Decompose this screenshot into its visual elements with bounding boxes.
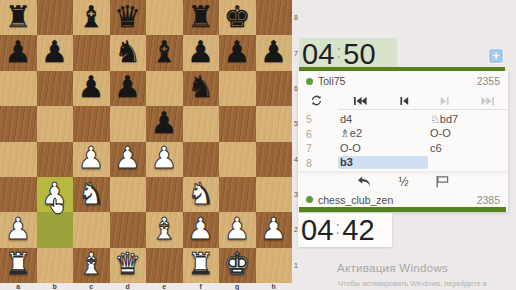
previous-move-icon[interactable] [399, 96, 409, 106]
white-pawn-a2[interactable]: ♟ [5, 214, 32, 244]
white-move[interactable]: d4 [338, 113, 428, 126]
move-row-6: 6♗e2O-O [298, 127, 508, 142]
square-d2[interactable] [110, 212, 147, 247]
square-g2[interactable]: ♟ [219, 212, 256, 247]
black-pawn-a7[interactable]: ♟ [5, 37, 32, 67]
square-e4[interactable]: ♟ [146, 142, 183, 177]
white-pawn-h2[interactable]: ♟ [260, 214, 287, 244]
file-label-g: g [219, 283, 256, 290]
square-c5[interactable] [73, 106, 110, 141]
black-move[interactable] [428, 156, 508, 169]
square-g4[interactable] [219, 142, 256, 177]
white-king-g1[interactable]: ♚ [224, 249, 251, 279]
top-player-name: Toli75 [318, 75, 345, 87]
square-h5[interactable] [256, 106, 293, 141]
move-row-8: 8b3 [298, 156, 508, 171]
square-d8[interactable]: ♛ [110, 0, 147, 35]
white-pawn-f2[interactable]: ♟ [187, 214, 214, 244]
black-pawn-f7[interactable]: ♟ [187, 37, 214, 67]
square-f8[interactable]: ♜ [183, 0, 220, 35]
bottom-clock-seconds: 42 [342, 214, 374, 247]
white-knight-c3[interactable]: ♞ [78, 179, 105, 209]
skip-to-start-icon[interactable] [353, 96, 367, 106]
white-queen-d1[interactable]: ♛ [114, 249, 141, 279]
move-number: 6 [298, 128, 338, 140]
black-pawn-c6[interactable]: ♟ [78, 72, 105, 102]
square-b8[interactable] [37, 0, 74, 35]
bottom-clock: 04:42 [298, 213, 392, 247]
square-c6[interactable]: ♟ [73, 71, 110, 106]
square-f2[interactable]: ♟ [183, 212, 220, 247]
top-clock-colon: : [336, 42, 341, 63]
move-number: 7 [298, 142, 338, 154]
square-g7[interactable]: ♟ [219, 35, 256, 70]
file-label-b: b [37, 283, 74, 290]
offer-draw-button[interactable]: ½ [398, 175, 408, 189]
white-pawn-g2[interactable]: ♟ [224, 214, 251, 244]
square-d7[interactable]: ♞ [110, 35, 147, 70]
add-button[interactable]: + [489, 49, 503, 63]
square-a2[interactable]: ♟ [0, 212, 37, 247]
watermark-subtitle: Чтобы активировать Windows, перейдите в [338, 279, 487, 288]
square-b6[interactable] [37, 71, 74, 106]
white-move[interactable]: b3 [338, 156, 428, 169]
square-c4[interactable]: ♟ [73, 142, 110, 177]
square-f3[interactable]: ♞ [183, 177, 220, 212]
white-knight-f3[interactable]: ♞ [187, 179, 214, 209]
black-pawn-e5[interactable]: ♟ [151, 108, 178, 138]
square-h6[interactable] [256, 71, 293, 106]
move-row-5: 5d4♘bd7 [298, 112, 508, 127]
white-move[interactable]: O-O [338, 142, 428, 155]
square-c7[interactable] [73, 35, 110, 70]
square-e7[interactable]: ♝ [146, 35, 183, 70]
move-number: 8 [298, 157, 338, 169]
square-e5[interactable]: ♟ [146, 106, 183, 141]
square-c3[interactable]: ♞ [73, 177, 110, 212]
white-pawn-d4[interactable]: ♟ [114, 143, 141, 173]
square-e6[interactable] [146, 71, 183, 106]
square-e3[interactable] [146, 177, 183, 212]
square-h2[interactable]: ♟ [256, 212, 293, 247]
square-g6[interactable] [219, 71, 256, 106]
black-king-g8[interactable]: ♚ [224, 2, 251, 32]
skip-to-end-icon[interactable] [481, 96, 495, 106]
bottom-player-bar [299, 207, 506, 212]
resign-button[interactable] [435, 175, 450, 188]
top-player-rating: 2355 [477, 75, 500, 87]
black-pawn-g7[interactable]: ♟ [224, 37, 251, 67]
game-panel: Toli75 2355 5d4♘bd76♗e2O-O7O-Oc68b3 [298, 71, 508, 212]
white-bishop-c1[interactable]: ♝ [78, 249, 105, 279]
file-labels: abcdefgh [0, 283, 292, 290]
move-list: 5d4♘bd76♗e2O-O7O-Oc68b3 [298, 110, 508, 171]
watermark-title: Активация Windows [337, 262, 448, 274]
square-h8[interactable] [256, 0, 293, 35]
white-pawn-e4[interactable]: ♟ [151, 143, 178, 173]
square-b4[interactable] [37, 142, 74, 177]
bottom-player-name: chess_club_zen [318, 194, 393, 206]
square-g3[interactable] [219, 177, 256, 212]
black-pawn-d6[interactable]: ♟ [114, 72, 141, 102]
file-label-h: h [256, 283, 293, 290]
square-e8[interactable] [146, 0, 183, 35]
square-e1[interactable] [146, 248, 183, 283]
square-a8[interactable]: ♜ [0, 0, 37, 35]
white-move[interactable]: ♗e2 [338, 127, 428, 140]
square-a6[interactable] [0, 71, 37, 106]
square-b1[interactable] [37, 248, 74, 283]
white-bishop-e2[interactable]: ♝ [151, 214, 178, 244]
square-g5[interactable] [219, 106, 256, 141]
white-pawn-c4[interactable]: ♟ [78, 143, 105, 173]
square-d3[interactable] [110, 177, 147, 212]
square-g1[interactable]: ♚ [219, 248, 256, 283]
game-action-bar: ½ [298, 171, 508, 192]
file-label-e: e [146, 283, 183, 290]
square-d6[interactable]: ♟ [110, 71, 147, 106]
black-move[interactable]: c6 [428, 142, 508, 155]
square-f6[interactable]: ♞ [183, 71, 220, 106]
square-c1[interactable]: ♝ [73, 248, 110, 283]
square-h3[interactable] [256, 177, 293, 212]
square-a1[interactable]: ♜ [0, 248, 37, 283]
file-label-a: a [0, 283, 37, 290]
square-f1[interactable]: ♜ [183, 248, 220, 283]
square-h7[interactable]: ♟ [256, 35, 293, 70]
black-move[interactable]: O-O [428, 127, 508, 140]
square-a3[interactable] [0, 177, 37, 212]
square-e2[interactable]: ♝ [146, 212, 183, 247]
black-pawn-b7[interactable]: ♟ [41, 37, 68, 67]
online-dot-icon [306, 78, 313, 85]
online-dot-icon [306, 196, 313, 203]
black-knight-f6[interactable]: ♞ [187, 72, 214, 102]
black-bishop-e7[interactable]: ♝ [151, 37, 178, 67]
bottom-clock-minutes: 04 [301, 214, 333, 247]
square-d1[interactable]: ♛ [110, 248, 147, 283]
black-rook-f8[interactable]: ♜ [187, 2, 214, 32]
flip-board-icon[interactable] [311, 95, 322, 106]
move-row-7: 7O-Oc6 [298, 141, 508, 156]
white-rook-a1[interactable]: ♜ [5, 249, 32, 279]
square-a4[interactable] [0, 142, 37, 177]
square-f4[interactable] [183, 142, 220, 177]
square-b2[interactable] [37, 212, 74, 247]
file-label-f: f [183, 283, 220, 290]
bottom-player-row: chess_club_zen 2385 [298, 192, 508, 207]
black-rook-a8[interactable]: ♜ [5, 2, 32, 32]
square-b5[interactable] [37, 106, 74, 141]
black-knight-d7[interactable]: ♞ [114, 37, 141, 67]
hand-cursor-icon [49, 197, 64, 215]
square-f7[interactable]: ♟ [183, 35, 220, 70]
move-nav-bar [298, 91, 508, 110]
file-label-c: c [73, 283, 110, 290]
black-pawn-h7[interactable]: ♟ [260, 37, 287, 67]
square-h4[interactable] [256, 142, 293, 177]
move-number: 5 [298, 113, 338, 125]
square-g8[interactable]: ♚ [219, 0, 256, 35]
black-queen-d8[interactable]: ♛ [114, 2, 141, 32]
square-b7[interactable]: ♟ [37, 35, 74, 70]
black-bishop-c8[interactable]: ♝ [78, 2, 105, 32]
square-d5[interactable] [110, 106, 147, 141]
square-c8[interactable]: ♝ [73, 0, 110, 35]
top-player-row: Toli75 2355 [298, 71, 508, 91]
square-a5[interactable] [0, 106, 37, 141]
square-a7[interactable]: ♟ [0, 35, 37, 70]
white-rook-f1[interactable]: ♜ [187, 249, 214, 279]
square-f5[interactable] [183, 106, 220, 141]
next-move-icon[interactable] [440, 96, 450, 106]
square-d4[interactable]: ♟ [110, 142, 147, 177]
takeback-button[interactable] [356, 175, 372, 188]
chess-board[interactable]: ♜♝♛♜♚♟♟♞♝♟♟♟♟♟♞♟♟♟♟♟♞♞♟♝♟♟♟♜♝♛♜♚ [0, 0, 292, 283]
black-move[interactable]: ♘bd7 [428, 113, 508, 126]
rank-label-8: 8 [292, 0, 300, 35]
bottom-clock-colon: : [335, 218, 340, 239]
square-h1[interactable] [256, 248, 293, 283]
game-screen: ♜♝♛♜♚♟♟♞♝♟♟♟♟♟♞♟♟♟♟♟♞♞♟♝♟♟♟♜♝♛♜♚ abcdefg… [0, 0, 516, 290]
square-c2[interactable] [73, 212, 110, 247]
file-label-d: d [110, 283, 147, 290]
rank-label-1: 1 [292, 248, 300, 283]
bottom-player-rating: 2385 [477, 194, 500, 206]
